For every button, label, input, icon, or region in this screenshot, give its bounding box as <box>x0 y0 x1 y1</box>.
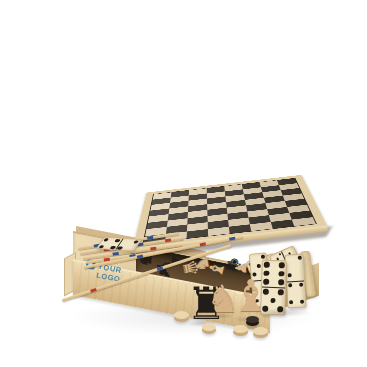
board-square-h1 <box>292 217 316 226</box>
domino-pip <box>299 282 303 286</box>
domino-pip <box>270 298 276 304</box>
board-square-g1 <box>271 219 294 228</box>
board-square-d1 <box>208 227 230 236</box>
domino-pip <box>261 255 265 259</box>
domino-pip <box>278 280 284 286</box>
checker-disc-light <box>253 327 268 335</box>
domino-pip <box>133 240 139 243</box>
domino-half <box>286 255 304 281</box>
chessboard-lid <box>116 77 329 255</box>
domino-pip <box>289 300 293 304</box>
domino-pip <box>103 238 109 241</box>
board-square-e1 <box>229 224 251 233</box>
domino-pip <box>264 262 270 268</box>
domino-pip <box>257 264 261 268</box>
domino-pip <box>117 246 123 249</box>
domino-pip <box>278 289 284 295</box>
domino-pip <box>298 256 302 260</box>
domino-flat-on-rim <box>96 237 142 252</box>
front-wood-bishop: ♝ <box>231 274 270 318</box>
domino-half <box>287 280 305 307</box>
domino-standing-right <box>285 254 307 309</box>
domino-pip <box>287 273 291 277</box>
domino-pip <box>279 271 285 277</box>
domino-pip <box>300 299 304 303</box>
domino-pip <box>98 245 104 248</box>
board-square-c1 <box>187 229 209 239</box>
product-photo-wooden-game-box: YOUR LOGO ♞ ♝ ♟ ♛ ♞ ♝ ♚ ♟ ♜ ♟ ♝ <box>0 0 367 367</box>
board-square-f1 <box>250 222 273 231</box>
domino-pip <box>279 262 285 268</box>
domino-pip <box>288 283 292 287</box>
checker-disc-light <box>233 325 248 333</box>
